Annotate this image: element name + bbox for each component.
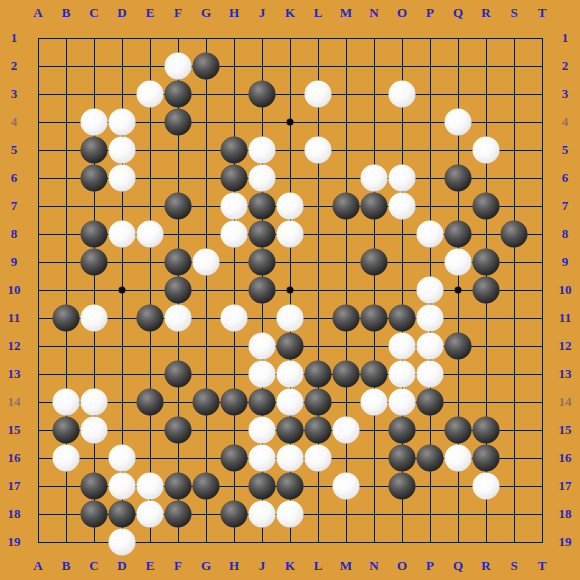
col-label-bottom-C: C (89, 558, 98, 574)
black-stone-O15[interactable]: ● (389, 417, 416, 444)
col-label-top-R: R (481, 5, 490, 21)
black-stone-O11[interactable]: ● (389, 305, 416, 332)
white-stone-L16[interactable]: ○ (305, 445, 332, 472)
white-stone-J16[interactable]: ○ (249, 445, 276, 472)
white-stone-J13[interactable]: ○ (249, 361, 276, 388)
row-label-right-9: 9 (562, 254, 569, 270)
col-label-top-K: K (285, 5, 295, 21)
row-label-right-14: 14 (559, 394, 572, 410)
white-stone-B16[interactable]: ○ (53, 445, 80, 472)
col-label-top-F: F (174, 5, 182, 21)
star-point-K10 (287, 287, 294, 294)
white-stone-G9[interactable]: ○ (193, 249, 220, 276)
black-stone-H5[interactable]: ● (221, 137, 248, 164)
row-label-left-4: 4 (11, 114, 18, 130)
black-stone-J7[interactable]: ● (249, 193, 276, 220)
row-label-left-5: 5 (11, 142, 18, 158)
row-label-right-7: 7 (562, 198, 569, 214)
black-stone-F3[interactable]: ● (165, 81, 192, 108)
white-stone-E17[interactable]: ○ (137, 473, 164, 500)
white-stone-K14[interactable]: ○ (277, 389, 304, 416)
row-label-left-18: 18 (8, 506, 21, 522)
black-stone-L15[interactable]: ● (305, 417, 332, 444)
black-stone-H14[interactable]: ● (221, 389, 248, 416)
row-label-left-3: 3 (11, 86, 18, 102)
black-stone-J10[interactable]: ● (249, 277, 276, 304)
white-stone-K7[interactable]: ○ (277, 193, 304, 220)
row-label-left-12: 12 (8, 338, 21, 354)
white-stone-C11[interactable]: ○ (81, 305, 108, 332)
row-label-right-16: 16 (559, 450, 572, 466)
col-label-bottom-P: P (426, 558, 434, 574)
black-stone-J8[interactable]: ● (249, 221, 276, 248)
white-stone-N14[interactable]: ○ (361, 389, 388, 416)
black-stone-G14[interactable]: ● (193, 389, 220, 416)
black-stone-P16[interactable]: ● (417, 445, 444, 472)
col-label-top-L: L (314, 5, 323, 21)
black-stone-M7[interactable]: ● (333, 193, 360, 220)
col-label-bottom-H: H (229, 558, 239, 574)
black-stone-D18[interactable]: ● (109, 501, 136, 528)
col-label-bottom-E: E (146, 558, 155, 574)
col-label-top-B: B (62, 5, 71, 21)
row-label-right-5: 5 (562, 142, 569, 158)
row-label-right-6: 6 (562, 170, 569, 186)
black-stone-N11[interactable]: ● (361, 305, 388, 332)
col-label-bottom-O: O (397, 558, 407, 574)
row-label-right-10: 10 (559, 282, 572, 298)
black-stone-L13[interactable]: ● (305, 361, 332, 388)
white-stone-H8[interactable]: ○ (221, 221, 248, 248)
black-stone-K17[interactable]: ● (277, 473, 304, 500)
col-label-top-C: C (89, 5, 98, 21)
black-stone-F7[interactable]: ● (165, 193, 192, 220)
row-label-right-1: 1 (562, 30, 569, 46)
black-stone-B11[interactable]: ● (53, 305, 80, 332)
black-stone-F13[interactable]: ● (165, 361, 192, 388)
col-label-bottom-R: R (481, 558, 490, 574)
black-stone-C6[interactable]: ● (81, 165, 108, 192)
black-stone-C17[interactable]: ● (81, 473, 108, 500)
black-stone-J17[interactable]: ● (249, 473, 276, 500)
black-stone-F9[interactable]: ● (165, 249, 192, 276)
black-stone-C18[interactable]: ● (81, 501, 108, 528)
white-stone-P8[interactable]: ○ (417, 221, 444, 248)
row-label-left-9: 9 (11, 254, 18, 270)
black-stone-F18[interactable]: ● (165, 501, 192, 528)
white-stone-D4[interactable]: ○ (109, 109, 136, 136)
white-stone-O12[interactable]: ○ (389, 333, 416, 360)
white-stone-D5[interactable]: ○ (109, 137, 136, 164)
white-stone-M17[interactable]: ○ (333, 473, 360, 500)
col-label-bottom-N: N (369, 558, 378, 574)
black-stone-M11[interactable]: ● (333, 305, 360, 332)
row-label-left-8: 8 (11, 226, 18, 242)
white-stone-J5[interactable]: ○ (249, 137, 276, 164)
black-stone-O17[interactable]: ● (389, 473, 416, 500)
white-stone-D17[interactable]: ○ (109, 473, 136, 500)
white-stone-P12[interactable]: ○ (417, 333, 444, 360)
black-stone-C5[interactable]: ● (81, 137, 108, 164)
col-label-top-H: H (229, 5, 239, 21)
white-stone-Q16[interactable]: ○ (445, 445, 472, 472)
row-label-left-2: 2 (11, 58, 18, 74)
black-stone-J3[interactable]: ● (249, 81, 276, 108)
white-stone-J6[interactable]: ○ (249, 165, 276, 192)
black-stone-R9[interactable]: ● (473, 249, 500, 276)
white-stone-Q4[interactable]: ○ (445, 109, 472, 136)
col-label-bottom-S: S (510, 558, 517, 574)
col-label-bottom-D: D (117, 558, 126, 574)
row-label-right-15: 15 (559, 422, 572, 438)
row-label-left-16: 16 (8, 450, 21, 466)
white-stone-P11[interactable]: ○ (417, 305, 444, 332)
white-stone-L5[interactable]: ○ (305, 137, 332, 164)
row-label-left-15: 15 (8, 422, 21, 438)
white-stone-K11[interactable]: ○ (277, 305, 304, 332)
row-label-left-10: 10 (8, 282, 21, 298)
row-label-left-14: 14 (8, 394, 21, 410)
row-label-left-11: 11 (8, 310, 20, 326)
row-label-left-1: 1 (11, 30, 18, 46)
col-label-top-P: P (426, 5, 434, 21)
col-label-bottom-M: M (340, 558, 352, 574)
star-point-Q10 (455, 287, 462, 294)
black-stone-R10[interactable]: ● (473, 277, 500, 304)
black-stone-B15[interactable]: ● (53, 417, 80, 444)
black-stone-Q8[interactable]: ● (445, 221, 472, 248)
col-label-top-D: D (117, 5, 126, 21)
white-stone-J12[interactable]: ○ (249, 333, 276, 360)
white-stone-H11[interactable]: ○ (221, 305, 248, 332)
black-stone-C9[interactable]: ● (81, 249, 108, 276)
white-stone-F2[interactable]: ○ (165, 53, 192, 80)
row-label-left-7: 7 (11, 198, 18, 214)
col-label-bottom-B: B (62, 558, 71, 574)
black-stone-H6[interactable]: ● (221, 165, 248, 192)
black-stone-L14[interactable]: ● (305, 389, 332, 416)
row-label-right-18: 18 (559, 506, 572, 522)
col-label-bottom-T: T (538, 558, 547, 574)
white-stone-C4[interactable]: ○ (81, 109, 108, 136)
black-stone-H16[interactable]: ● (221, 445, 248, 472)
col-label-top-Q: Q (453, 5, 463, 21)
black-stone-F15[interactable]: ● (165, 417, 192, 444)
row-label-left-13: 13 (8, 366, 21, 382)
white-stone-P10[interactable]: ○ (417, 277, 444, 304)
black-stone-J9[interactable]: ● (249, 249, 276, 276)
white-stone-L3[interactable]: ○ (305, 81, 332, 108)
black-stone-F17[interactable]: ● (165, 473, 192, 500)
black-stone-R16[interactable]: ● (473, 445, 500, 472)
col-label-bottom-J: J (259, 558, 266, 574)
white-stone-D16[interactable]: ○ (109, 445, 136, 472)
white-stone-K18[interactable]: ○ (277, 501, 304, 528)
row-label-right-19: 19 (559, 534, 572, 550)
white-stone-R5[interactable]: ○ (473, 137, 500, 164)
col-label-top-S: S (510, 5, 517, 21)
black-stone-G17[interactable]: ● (193, 473, 220, 500)
white-stone-D8[interactable]: ○ (109, 221, 136, 248)
white-stone-K13[interactable]: ○ (277, 361, 304, 388)
col-label-top-G: G (201, 5, 211, 21)
white-stone-Q9[interactable]: ○ (445, 249, 472, 276)
row-label-right-3: 3 (562, 86, 569, 102)
star-point-K4 (287, 119, 294, 126)
white-stone-K16[interactable]: ○ (277, 445, 304, 472)
row-label-right-2: 2 (562, 58, 569, 74)
black-stone-R15[interactable]: ● (473, 417, 500, 444)
col-label-top-T: T (538, 5, 547, 21)
black-stone-M13[interactable]: ● (333, 361, 360, 388)
white-stone-O7[interactable]: ○ (389, 193, 416, 220)
white-stone-N6[interactable]: ○ (361, 165, 388, 192)
row-label-right-4: 4 (562, 114, 569, 130)
black-stone-K15[interactable]: ● (277, 417, 304, 444)
col-label-bottom-K: K (285, 558, 295, 574)
white-stone-D19[interactable]: ○ (109, 529, 136, 556)
go-board[interactable]: AABBCCDDEEFFGGHHJJKKLLMMNNOOPPQQRRSSTT11… (0, 0, 580, 580)
black-stone-R7[interactable]: ● (473, 193, 500, 220)
white-stone-O14[interactable]: ○ (389, 389, 416, 416)
black-stone-E11[interactable]: ● (137, 305, 164, 332)
row-label-left-17: 17 (8, 478, 21, 494)
white-stone-J18[interactable]: ○ (249, 501, 276, 528)
white-stone-M15[interactable]: ○ (333, 417, 360, 444)
white-stone-E18[interactable]: ○ (137, 501, 164, 528)
row-label-right-13: 13 (559, 366, 572, 382)
white-stone-P13[interactable]: ○ (417, 361, 444, 388)
black-stone-F4[interactable]: ● (165, 109, 192, 136)
black-stone-Q15[interactable]: ● (445, 417, 472, 444)
black-stone-E14[interactable]: ● (137, 389, 164, 416)
row-label-right-11: 11 (559, 310, 571, 326)
row-label-right-17: 17 (559, 478, 572, 494)
white-stone-E3[interactable]: ○ (137, 81, 164, 108)
white-stone-H7[interactable]: ○ (221, 193, 248, 220)
white-stone-D6[interactable]: ○ (109, 165, 136, 192)
col-label-top-N: N (369, 5, 378, 21)
row-label-right-8: 8 (562, 226, 569, 242)
white-stone-C15[interactable]: ○ (81, 417, 108, 444)
black-stone-O16[interactable]: ● (389, 445, 416, 472)
col-label-top-E: E (146, 5, 155, 21)
black-stone-F10[interactable]: ● (165, 277, 192, 304)
black-stone-S8[interactable]: ● (501, 221, 528, 248)
col-label-bottom-F: F (174, 558, 182, 574)
row-label-left-19: 19 (8, 534, 21, 550)
col-label-top-A: A (33, 5, 42, 21)
black-stone-G2[interactable]: ● (193, 53, 220, 80)
white-stone-C14[interactable]: ○ (81, 389, 108, 416)
black-stone-J14[interactable]: ● (249, 389, 276, 416)
row-label-left-6: 6 (11, 170, 18, 186)
white-stone-B14[interactable]: ○ (53, 389, 80, 416)
white-stone-R17[interactable]: ○ (473, 473, 500, 500)
white-stone-K8[interactable]: ○ (277, 221, 304, 248)
col-label-bottom-G: G (201, 558, 211, 574)
black-stone-P14[interactable]: ● (417, 389, 444, 416)
white-stone-O6[interactable]: ○ (389, 165, 416, 192)
col-label-top-M: M (340, 5, 352, 21)
white-stone-O13[interactable]: ○ (389, 361, 416, 388)
star-point-D10 (119, 287, 126, 294)
white-stone-J15[interactable]: ○ (249, 417, 276, 444)
white-stone-E8[interactable]: ○ (137, 221, 164, 248)
black-stone-K12[interactable]: ● (277, 333, 304, 360)
col-label-bottom-A: A (33, 558, 42, 574)
black-stone-N13[interactable]: ● (361, 361, 388, 388)
white-stone-O3[interactable]: ○ (389, 81, 416, 108)
black-stone-N9[interactable]: ● (361, 249, 388, 276)
black-stone-N7[interactable]: ● (361, 193, 388, 220)
row-label-right-12: 12 (559, 338, 572, 354)
col-label-top-O: O (397, 5, 407, 21)
black-stone-Q12[interactable]: ● (445, 333, 472, 360)
black-stone-Q6[interactable]: ● (445, 165, 472, 192)
black-stone-C8[interactable]: ● (81, 221, 108, 248)
col-label-bottom-L: L (314, 558, 323, 574)
white-stone-F11[interactable]: ○ (165, 305, 192, 332)
col-label-bottom-Q: Q (453, 558, 463, 574)
col-label-top-J: J (259, 5, 266, 21)
black-stone-H18[interactable]: ● (221, 501, 248, 528)
